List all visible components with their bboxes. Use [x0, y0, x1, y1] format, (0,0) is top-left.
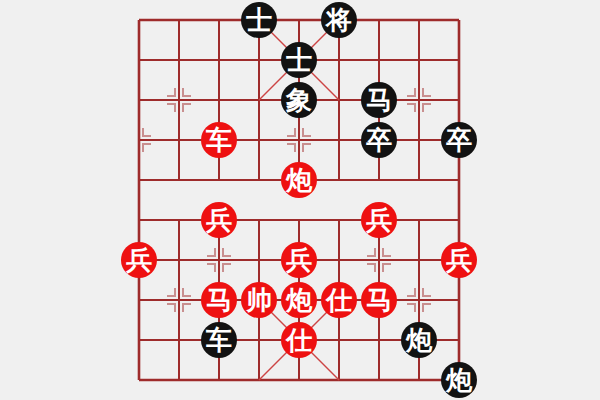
pieces-layer: 士将士象马车卒卒炮兵兵兵兵兵马帅炮仕马车仕炮炮: [0, 0, 600, 400]
piece-red-advisor[interactable]: 仕: [321, 282, 357, 318]
piece-black-soldier[interactable]: 卒: [361, 122, 397, 158]
piece-red-soldier[interactable]: 兵: [281, 242, 317, 278]
piece-red-cannon[interactable]: 炮: [281, 282, 317, 318]
piece-red-soldier[interactable]: 兵: [201, 202, 237, 238]
piece-red-general[interactable]: 帅: [241, 282, 277, 318]
piece-black-soldier[interactable]: 卒: [441, 122, 477, 158]
piece-black-cannon[interactable]: 炮: [401, 322, 437, 358]
piece-black-horse[interactable]: 马: [361, 82, 397, 118]
piece-red-advisor[interactable]: 仕: [281, 322, 317, 358]
xiangqi-board[interactable]: 士将士象马车卒卒炮兵兵兵兵兵马帅炮仕马车仕炮炮: [0, 0, 600, 400]
piece-red-soldier[interactable]: 兵: [121, 242, 157, 278]
piece-black-advisor[interactable]: 士: [241, 2, 277, 38]
piece-red-soldier[interactable]: 兵: [361, 202, 397, 238]
piece-red-soldier[interactable]: 兵: [441, 242, 477, 278]
piece-black-cannon[interactable]: 炮: [441, 362, 477, 398]
piece-black-chariot[interactable]: 车: [201, 322, 237, 358]
piece-red-horse[interactable]: 马: [361, 282, 397, 318]
piece-red-chariot[interactable]: 车: [201, 122, 237, 158]
piece-black-advisor[interactable]: 士: [281, 42, 317, 78]
piece-black-general[interactable]: 将: [321, 2, 357, 38]
piece-red-cannon[interactable]: 炮: [281, 162, 317, 198]
piece-black-elephant[interactable]: 象: [281, 82, 317, 118]
piece-red-horse[interactable]: 马: [201, 282, 237, 318]
